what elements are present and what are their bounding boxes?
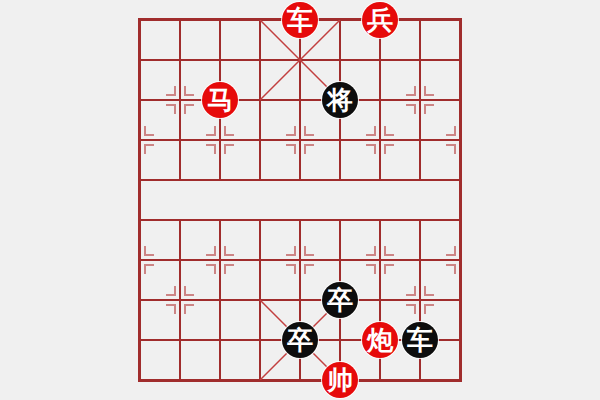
point-marker [184, 86, 194, 96]
piece-red-general[interactable]: 帅 [322, 362, 358, 398]
point-marker [286, 144, 296, 154]
point-marker [366, 246, 376, 256]
point-marker [406, 86, 416, 96]
point-marker [166, 286, 176, 296]
point-marker [304, 126, 314, 136]
point-marker [366, 264, 376, 274]
piece-black-soldier-2[interactable]: 卒 [282, 322, 318, 358]
point-marker [446, 246, 456, 256]
point-marker [304, 264, 314, 274]
piece-red-chariot[interactable]: 车 [282, 2, 318, 38]
point-marker [224, 126, 234, 136]
point-marker [206, 126, 216, 136]
point-marker [406, 304, 416, 314]
piece-black-general[interactable]: 将 [322, 82, 358, 118]
point-marker [286, 264, 296, 274]
xiangqi-board[interactable]: 车兵马将卒卒炮车帅 [140, 20, 460, 380]
point-marker [424, 304, 434, 314]
point-marker [144, 264, 154, 274]
point-marker [406, 286, 416, 296]
point-marker [166, 104, 176, 114]
point-marker [446, 144, 456, 154]
piece-black-soldier-1[interactable]: 卒 [322, 282, 358, 318]
point-marker [384, 126, 394, 136]
point-marker [286, 246, 296, 256]
point-marker [166, 304, 176, 314]
point-marker [206, 246, 216, 256]
point-marker [184, 286, 194, 296]
piece-black-chariot[interactable]: 车 [402, 322, 438, 358]
point-marker [286, 126, 296, 136]
piece-red-soldier[interactable]: 兵 [362, 2, 398, 38]
piece-red-cannon[interactable]: 炮 [362, 322, 398, 358]
point-marker [224, 246, 234, 256]
point-marker [184, 304, 194, 314]
point-marker [384, 264, 394, 274]
point-marker [384, 144, 394, 154]
point-marker [406, 104, 416, 114]
point-marker [166, 86, 176, 96]
piece-red-horse[interactable]: 马 [202, 82, 238, 118]
xiangqi-screenshot: 车兵马将卒卒炮车帅 [0, 0, 600, 400]
point-marker [144, 126, 154, 136]
point-marker [304, 246, 314, 256]
point-marker [206, 144, 216, 154]
point-marker [144, 246, 154, 256]
point-marker [424, 104, 434, 114]
point-marker [206, 264, 216, 274]
point-marker [424, 286, 434, 296]
point-marker [424, 86, 434, 96]
point-marker [304, 144, 314, 154]
point-marker [366, 126, 376, 136]
point-marker [446, 126, 456, 136]
point-marker [224, 144, 234, 154]
point-marker [224, 264, 234, 274]
point-marker [446, 264, 456, 274]
point-marker [366, 144, 376, 154]
point-marker [184, 104, 194, 114]
point-marker [144, 144, 154, 154]
point-marker [384, 246, 394, 256]
